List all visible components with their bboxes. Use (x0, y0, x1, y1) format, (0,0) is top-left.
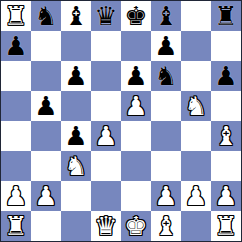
piece-white-pawn[interactable]: ♟ (154, 181, 177, 211)
square-e8[interactable]: ♚ (121, 1, 151, 31)
piece-black-pawn[interactable]: ♟ (64, 121, 87, 151)
square-f5[interactable] (151, 91, 181, 121)
square-f8[interactable]: ♝ (151, 1, 181, 31)
square-a1[interactable]: ♜ (1, 211, 31, 241)
square-f3[interactable] (151, 151, 181, 181)
square-b4[interactable] (31, 121, 61, 151)
square-b6[interactable] (31, 61, 61, 91)
piece-white-knight[interactable]: ♞ (64, 151, 87, 181)
square-b1[interactable] (31, 211, 61, 241)
square-h3[interactable] (211, 151, 241, 181)
piece-white-rook[interactable]: ♜ (4, 1, 27, 31)
square-e2[interactable] (121, 181, 151, 211)
square-h2[interactable]: ♟ (211, 181, 241, 211)
piece-white-rook[interactable]: ♜ (4, 211, 27, 241)
square-c7[interactable] (61, 31, 91, 61)
square-a5[interactable] (1, 91, 31, 121)
square-d4[interactable]: ♟ (91, 121, 121, 151)
square-g7[interactable] (181, 31, 211, 61)
piece-black-pawn[interactable]: ♟ (154, 31, 177, 61)
square-h5[interactable] (211, 91, 241, 121)
square-c5[interactable] (61, 91, 91, 121)
piece-black-knight[interactable]: ♞ (34, 1, 57, 31)
piece-black-king[interactable]: ♚ (124, 1, 147, 31)
square-a3[interactable] (1, 151, 31, 181)
square-b7[interactable] (31, 31, 61, 61)
square-e7[interactable] (121, 31, 151, 61)
square-e1[interactable]: ♚ (121, 211, 151, 241)
square-d8[interactable]: ♛ (91, 1, 121, 31)
square-g2[interactable]: ♟ (181, 181, 211, 211)
square-d7[interactable] (91, 31, 121, 61)
square-d3[interactable] (91, 151, 121, 181)
piece-white-rook[interactable]: ♜ (214, 211, 237, 241)
square-g1[interactable] (181, 211, 211, 241)
square-c8[interactable]: ♝ (61, 1, 91, 31)
piece-white-pawn[interactable]: ♟ (34, 181, 57, 211)
square-g4[interactable] (181, 121, 211, 151)
square-a2[interactable]: ♟ (1, 181, 31, 211)
piece-white-king[interactable]: ♚ (124, 211, 147, 241)
piece-black-bishop[interactable]: ♝ (154, 1, 177, 31)
piece-black-pawn[interactable]: ♟ (34, 91, 57, 121)
piece-black-bishop[interactable]: ♝ (64, 1, 87, 31)
piece-white-bishop[interactable]: ♝ (214, 121, 237, 151)
square-f4[interactable] (151, 121, 181, 151)
square-g5[interactable]: ♞ (181, 91, 211, 121)
piece-white-knight[interactable]: ♞ (184, 91, 207, 121)
square-b3[interactable] (31, 151, 61, 181)
piece-black-queen[interactable]: ♛ (94, 1, 117, 31)
square-e5[interactable]: ♟ (121, 91, 151, 121)
square-h1[interactable]: ♜ (211, 211, 241, 241)
square-a7[interactable]: ♟ (1, 31, 31, 61)
square-c3[interactable]: ♞ (61, 151, 91, 181)
square-h8[interactable]: ♜ (211, 1, 241, 31)
piece-black-pawn[interactable]: ♟ (214, 61, 237, 91)
piece-black-rook[interactable]: ♜ (214, 1, 237, 31)
square-g8[interactable] (181, 1, 211, 31)
square-b5[interactable]: ♟ (31, 91, 61, 121)
square-g6[interactable] (181, 61, 211, 91)
square-f1[interactable]: ♝ (151, 211, 181, 241)
square-b2[interactable]: ♟ (31, 181, 61, 211)
square-f2[interactable]: ♟ (151, 181, 181, 211)
square-f6[interactable]: ♞ (151, 61, 181, 91)
square-c6[interactable]: ♟ (61, 61, 91, 91)
square-h6[interactable]: ♟ (211, 61, 241, 91)
piece-black-pawn[interactable]: ♟ (4, 31, 27, 61)
piece-white-pawn[interactable]: ♟ (184, 181, 207, 211)
square-a8[interactable]: ♜ (1, 1, 31, 31)
chess-board: ♜♞♝♛♚♝♜♟♟♟♟♞♟♟♟♞♟♟♝♞♟♟♟♟♟♜♛♚♝♜ (0, 0, 242, 242)
piece-black-knight[interactable]: ♞ (154, 61, 177, 91)
square-a6[interactable] (1, 61, 31, 91)
square-c2[interactable] (61, 181, 91, 211)
square-h7[interactable] (211, 31, 241, 61)
square-b8[interactable]: ♞ (31, 1, 61, 31)
square-d5[interactable] (91, 91, 121, 121)
piece-white-pawn[interactable]: ♟ (214, 181, 237, 211)
piece-white-pawn[interactable]: ♟ (4, 181, 27, 211)
piece-white-pawn[interactable]: ♟ (94, 121, 117, 151)
square-g3[interactable] (181, 151, 211, 181)
piece-black-pawn[interactable]: ♟ (64, 61, 87, 91)
square-d6[interactable] (91, 61, 121, 91)
square-a4[interactable] (1, 121, 31, 151)
square-e6[interactable]: ♟ (121, 61, 151, 91)
square-e4[interactable] (121, 121, 151, 151)
square-c1[interactable] (61, 211, 91, 241)
piece-white-bishop[interactable]: ♝ (154, 211, 177, 241)
square-f7[interactable]: ♟ (151, 31, 181, 61)
square-d1[interactable]: ♛ (91, 211, 121, 241)
square-e3[interactable] (121, 151, 151, 181)
square-d2[interactable] (91, 181, 121, 211)
piece-white-pawn[interactable]: ♟ (124, 91, 147, 121)
piece-black-pawn[interactable]: ♟ (124, 61, 147, 91)
square-h4[interactable]: ♝ (211, 121, 241, 151)
piece-white-queen[interactable]: ♛ (94, 211, 117, 241)
square-c4[interactable]: ♟ (61, 121, 91, 151)
